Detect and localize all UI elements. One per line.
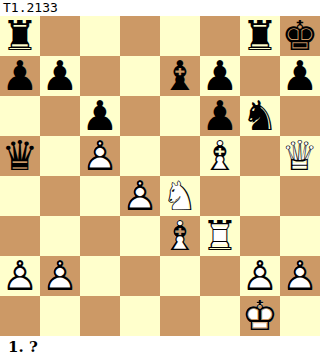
white-rook: ♜♖ (200, 216, 240, 256)
white-pawn: ♟♙ (40, 256, 80, 296)
square-c6[interactable]: ♟ (80, 96, 120, 136)
square-d7[interactable] (120, 56, 160, 96)
puzzle-screen: T1.2133 ♜♜♚♟♟♝♟♟♟♟♞♛♟♙♝♗♛♕♟♙♞♘♝♗♜♖♟♙♟♙♟♙… (0, 0, 320, 360)
black-queen: ♛ (0, 136, 40, 176)
piece-outline: ♙ (0, 256, 40, 296)
square-a2[interactable]: ♟♙ (0, 256, 40, 296)
square-h1[interactable] (280, 296, 320, 336)
square-g1[interactable]: ♚♔ (240, 296, 280, 336)
square-f4[interactable] (200, 176, 240, 216)
square-c5[interactable]: ♟♙ (80, 136, 120, 176)
square-b8[interactable] (40, 16, 80, 56)
black-king: ♚ (280, 16, 320, 56)
piece-outline: ♗ (200, 136, 240, 176)
square-e8[interactable] (160, 16, 200, 56)
piece-outline: ♔ (240, 296, 280, 336)
black-pawn: ♟ (280, 56, 320, 96)
square-b6[interactable] (40, 96, 80, 136)
move-prompt: 1. ? (8, 338, 38, 356)
piece-outline: ♙ (40, 256, 80, 296)
square-c8[interactable] (80, 16, 120, 56)
black-pawn: ♟ (40, 56, 80, 96)
square-d3[interactable] (120, 216, 160, 256)
square-g5[interactable] (240, 136, 280, 176)
square-e6[interactable] (160, 96, 200, 136)
white-pawn: ♟♙ (80, 136, 120, 176)
square-g8[interactable]: ♜ (240, 16, 280, 56)
square-h7[interactable]: ♟ (280, 56, 320, 96)
square-c2[interactable] (80, 256, 120, 296)
white-king: ♚♔ (240, 296, 280, 336)
black-pawn: ♟ (200, 96, 240, 136)
white-pawn: ♟♙ (0, 256, 40, 296)
piece-outline: ♙ (280, 256, 320, 296)
square-e5[interactable] (160, 136, 200, 176)
square-c3[interactable] (80, 216, 120, 256)
piece-outline: ♕ (280, 136, 320, 176)
black-knight: ♞ (240, 96, 280, 136)
white-bishop: ♝♗ (160, 216, 200, 256)
square-f8[interactable] (200, 16, 240, 56)
square-b7[interactable]: ♟ (40, 56, 80, 96)
square-e4[interactable]: ♞♘ (160, 176, 200, 216)
square-f5[interactable]: ♝♗ (200, 136, 240, 176)
black-rook: ♜ (0, 16, 40, 56)
square-a6[interactable] (0, 96, 40, 136)
square-c7[interactable] (80, 56, 120, 96)
black-pawn: ♟ (80, 96, 120, 136)
white-pawn: ♟♙ (240, 256, 280, 296)
square-a4[interactable] (0, 176, 40, 216)
square-f3[interactable]: ♜♖ (200, 216, 240, 256)
square-f1[interactable] (200, 296, 240, 336)
piece-outline: ♙ (120, 176, 160, 216)
square-a7[interactable]: ♟ (0, 56, 40, 96)
square-d5[interactable] (120, 136, 160, 176)
square-d4[interactable]: ♟♙ (120, 176, 160, 216)
square-h5[interactable]: ♛♕ (280, 136, 320, 176)
piece-outline: ♖ (200, 216, 240, 256)
square-b3[interactable] (40, 216, 80, 256)
square-b2[interactable]: ♟♙ (40, 256, 80, 296)
square-a3[interactable] (0, 216, 40, 256)
square-e7[interactable]: ♝ (160, 56, 200, 96)
square-g6[interactable]: ♞ (240, 96, 280, 136)
black-pawn: ♟ (0, 56, 40, 96)
square-g4[interactable] (240, 176, 280, 216)
square-b1[interactable] (40, 296, 80, 336)
black-rook: ♜ (240, 16, 280, 56)
square-d8[interactable] (120, 16, 160, 56)
square-a8[interactable]: ♜ (0, 16, 40, 56)
square-c1[interactable] (80, 296, 120, 336)
square-g3[interactable] (240, 216, 280, 256)
square-d6[interactable] (120, 96, 160, 136)
square-f2[interactable] (200, 256, 240, 296)
square-d1[interactable] (120, 296, 160, 336)
square-c4[interactable] (80, 176, 120, 216)
piece-outline: ♗ (160, 216, 200, 256)
square-g2[interactable]: ♟♙ (240, 256, 280, 296)
square-h8[interactable]: ♚ (280, 16, 320, 56)
square-h3[interactable] (280, 216, 320, 256)
black-pawn: ♟ (200, 56, 240, 96)
square-e3[interactable]: ♝♗ (160, 216, 200, 256)
piece-outline: ♘ (160, 176, 200, 216)
piece-outline: ♙ (240, 256, 280, 296)
square-h4[interactable] (280, 176, 320, 216)
white-pawn: ♟♙ (280, 256, 320, 296)
chess-board: ♜♜♚♟♟♝♟♟♟♟♞♛♟♙♝♗♛♕♟♙♞♘♝♗♜♖♟♙♟♙♟♙♟♙♚♔ (0, 16, 320, 336)
square-h2[interactable]: ♟♙ (280, 256, 320, 296)
square-b4[interactable] (40, 176, 80, 216)
white-knight: ♞♘ (160, 176, 200, 216)
square-a5[interactable]: ♛ (0, 136, 40, 176)
white-bishop: ♝♗ (200, 136, 240, 176)
piece-outline: ♙ (80, 136, 120, 176)
square-d2[interactable] (120, 256, 160, 296)
square-e1[interactable] (160, 296, 200, 336)
black-bishop: ♝ (160, 56, 200, 96)
square-b5[interactable] (40, 136, 80, 176)
square-g7[interactable] (240, 56, 280, 96)
square-e2[interactable] (160, 256, 200, 296)
square-a1[interactable] (0, 296, 40, 336)
square-h6[interactable] (280, 96, 320, 136)
white-pawn: ♟♙ (120, 176, 160, 216)
square-f7[interactable]: ♟ (200, 56, 240, 96)
white-queen: ♛♕ (280, 136, 320, 176)
square-f6[interactable]: ♟ (200, 96, 240, 136)
